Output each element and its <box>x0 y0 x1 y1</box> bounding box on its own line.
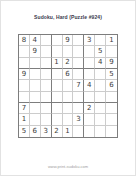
cell-r1c3 <box>41 35 52 46</box>
sudoku-grid: 84931951249965746721356321 <box>18 34 118 138</box>
cell-r9c1: 5 <box>19 126 30 137</box>
cell-r5c8 <box>95 80 106 91</box>
cell-r2c5 <box>63 46 74 57</box>
cell-r6c1 <box>19 92 30 103</box>
cell-r8c7 <box>84 114 95 125</box>
cell-r7c3 <box>41 103 52 114</box>
cell-r9c8 <box>95 126 106 137</box>
cell-r5c2 <box>30 80 41 91</box>
cell-r3c7 <box>84 58 95 69</box>
cell-r4c5: 6 <box>63 69 74 80</box>
cell-r6c3 <box>41 92 52 103</box>
cell-r2c6 <box>73 46 84 57</box>
cell-r4c9: 5 <box>106 69 117 80</box>
cell-r9c7 <box>84 126 95 137</box>
cell-r5c7: 4 <box>84 80 95 91</box>
cell-r8c1: 1 <box>19 114 30 125</box>
cell-r1c8 <box>95 35 106 46</box>
cell-r1c9: 1 <box>106 35 117 46</box>
cell-r8c5 <box>63 114 74 125</box>
cell-r1c2: 4 <box>30 35 41 46</box>
cell-r3c4: 1 <box>52 58 63 69</box>
cell-r7c9 <box>106 103 117 114</box>
cell-r3c9: 9 <box>106 58 117 69</box>
cell-r3c8: 4 <box>95 58 106 69</box>
cell-r3c2 <box>30 58 41 69</box>
cell-r9c3: 3 <box>41 126 52 137</box>
cell-r5c6: 7 <box>73 80 84 91</box>
cell-r8c8 <box>95 114 106 125</box>
cell-r4c1: 9 <box>19 69 30 80</box>
cell-r4c2 <box>30 69 41 80</box>
cell-r9c2: 6 <box>30 126 41 137</box>
cell-r6c2 <box>30 92 41 103</box>
cell-r6c8 <box>95 92 106 103</box>
cell-r2c1 <box>19 46 30 57</box>
cell-r5c4 <box>52 80 63 91</box>
cell-r2c3 <box>41 46 52 57</box>
cell-r7c2 <box>30 103 41 114</box>
cell-r5c5 <box>63 80 74 91</box>
cell-r9c6 <box>73 126 84 137</box>
cell-r4c6 <box>73 69 84 80</box>
cell-r7c8 <box>95 103 106 114</box>
cell-r2c2: 9 <box>30 46 41 57</box>
cell-r7c7: 2 <box>84 103 95 114</box>
cell-r1c6 <box>73 35 84 46</box>
cell-r7c4 <box>52 103 63 114</box>
footer-url: www.print-sudoku.com <box>1 164 135 169</box>
cell-r2c8: 5 <box>95 46 106 57</box>
cell-r5c3 <box>41 80 52 91</box>
page-title: Sudoku, Hard (Puzzle #924) <box>1 14 135 20</box>
cell-r9c9 <box>106 126 117 137</box>
cell-r2c9 <box>106 46 117 57</box>
cell-r8c3 <box>41 114 52 125</box>
cell-r1c4 <box>52 35 63 46</box>
cell-r7c5 <box>63 103 74 114</box>
cell-r1c7: 3 <box>84 35 95 46</box>
cell-r6c7 <box>84 92 95 103</box>
cell-r8c4 <box>52 114 63 125</box>
cell-r4c3 <box>41 69 52 80</box>
cell-r3c1 <box>19 58 30 69</box>
cell-r4c4 <box>52 69 63 80</box>
cell-r1c5: 9 <box>63 35 74 46</box>
cell-r4c8 <box>95 69 106 80</box>
cell-r6c5 <box>63 92 74 103</box>
cell-r2c7 <box>84 46 95 57</box>
cell-r9c4: 2 <box>52 126 63 137</box>
cell-r5c9: 6 <box>106 80 117 91</box>
cell-r6c9 <box>106 92 117 103</box>
cell-r8c6: 3 <box>73 114 84 125</box>
cell-r7c6 <box>73 103 84 114</box>
cell-r8c9 <box>106 114 117 125</box>
cell-r2c4 <box>52 46 63 57</box>
cell-r3c5: 2 <box>63 58 74 69</box>
cell-r1c1: 8 <box>19 35 30 46</box>
cell-r3c6 <box>73 58 84 69</box>
cell-r9c5: 1 <box>63 126 74 137</box>
printable-sudoku-page: Sudoku, Hard (Puzzle #924) 8493195124996… <box>0 0 136 176</box>
cell-r6c4 <box>52 92 63 103</box>
cell-r5c1 <box>19 80 30 91</box>
cell-r7c1: 7 <box>19 103 30 114</box>
cell-r6c6 <box>73 92 84 103</box>
cell-r4c7 <box>84 69 95 80</box>
cell-r3c3 <box>41 58 52 69</box>
cell-r8c2 <box>30 114 41 125</box>
